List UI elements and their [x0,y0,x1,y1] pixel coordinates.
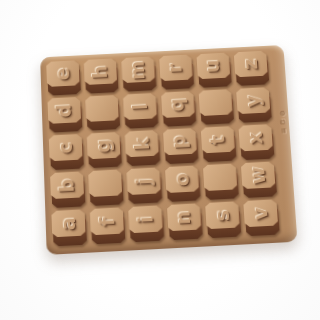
embossed-letter: w [248,166,268,184]
mold-cavity-letter-b: b [50,171,84,205]
cavity-top-face: n [166,203,201,231]
mold-grid: ehmruzdlqycgkptxbjowafinsv [46,51,278,244]
embossed-letter: r [166,63,185,73]
mold-cavity-letter-f: f [90,207,125,241]
cavity-top-face: h [84,58,118,85]
mold-cavity-letter-v: v [243,199,278,233]
cavity-top-face [88,169,122,197]
mold-cavity-blank [88,169,123,203]
embossed-letter: c [56,142,75,154]
embossed-letter: v [251,207,271,220]
embossed-letter: l [130,103,149,110]
embossed-letter: f [97,217,116,226]
mold-cavity-letter-j: j [126,167,161,201]
mold-cavity-letter-e: e [46,60,80,93]
cavity-top-face: y [236,87,270,114]
cavity-top-face: a [51,209,85,237]
cavity-top-face: p [162,128,196,155]
embossed-letter: q [168,97,188,111]
cavity-top-face: r [159,54,193,81]
embossed-letter: i [136,215,155,223]
cavity-top-face: e [46,60,80,87]
cavity-top-face: s [205,201,240,229]
cavity-top-face: t [200,126,235,153]
mold-cavity-letter-x: x [238,124,273,157]
chocolate-mold: ehmruzdlqycgkptxbjowafinsv ⊚©≡ [40,45,297,255]
mold-cavity-letter-w: w [241,162,276,196]
mold-cavity-letter-a: a [51,209,86,243]
cavity-top-face: g [87,132,121,159]
mold-cavity-letter-n: n [166,203,201,237]
mold-cavity-letter-z: z [234,51,269,83]
embossed-letter: x [246,131,266,144]
embossed-letter: g [94,138,113,152]
cavity-top-face: q [161,91,195,118]
mold-cavity-letter-s: s [205,201,240,235]
mold-edge-marks: ⊚©≡ [278,111,288,137]
embossed-letter: h [91,65,110,79]
cavity-top-face: o [164,165,199,193]
mold-cavity-blank [198,89,233,122]
mold-cavity-letter-t: t [200,126,235,159]
mold-cavity-letter-c: c [49,134,83,167]
embossed-letter: a [59,216,79,230]
cavity-top-face: w [241,162,276,190]
cavity-top-face [203,163,238,191]
mold-cavity-letter-m: m [121,56,155,88]
cavity-top-face: c [49,134,83,161]
cavity-top-face: m [121,56,155,83]
cavity-top-face: v [243,199,278,227]
embossed-letter: k [132,137,152,150]
mold-cavity-letter-k: k [125,130,160,163]
embossed-letter: n [174,210,194,225]
mold-cavity-letter-y: y [236,87,271,120]
embossed-letter: b [57,178,77,193]
embossed-letter: p [170,134,190,148]
mold-cavity-blank [85,95,119,128]
embossed-letter: o [172,172,192,186]
cavity-top-face: i [128,205,163,233]
embossed-letter: e [53,67,72,80]
mold-cavity-letter-r: r [159,54,193,86]
mold-cavity-letter-o: o [164,165,199,199]
cavity-top-face: l [123,93,157,120]
mold-cavity-letter-q: q [161,91,196,124]
cavity-top-face: f [90,207,125,235]
mold-cavity-letter-p: p [162,128,197,161]
embossed-letter: u [203,59,222,73]
embossed-letter: y [243,94,263,107]
mold-cavity-letter-d: d [47,97,81,130]
cavity-top-face [85,95,119,122]
embossed-letter: d [55,103,74,117]
mold-cavity-letter-u: u [196,53,230,85]
cavity-top-face: j [126,167,160,195]
embossed-letter: s [212,209,232,221]
mold-cavity-blank [203,163,238,197]
embossed-letter: t [208,135,227,145]
cavity-top-face: b [50,171,84,199]
mold-cavity-letter-l: l [123,93,157,126]
cavity-top-face: k [125,130,159,157]
cavity-top-face: u [196,53,230,80]
mold-cavity-letter-h: h [84,58,118,90]
embossed-letter: j [134,177,153,184]
cavity-top-face: x [238,124,273,151]
product-photo-background: ehmruzdlqycgkptxbjowafinsv ⊚©≡ [0,0,320,320]
mold-cavity-letter-g: g [87,132,121,165]
cavity-top-face: z [234,51,268,78]
cavity-top-face [198,89,232,116]
embossed-letter: z [241,58,260,70]
mold-cavity-letter-i: i [128,205,163,239]
cavity-top-face: d [47,97,81,124]
embossed-letter: m [128,60,148,80]
